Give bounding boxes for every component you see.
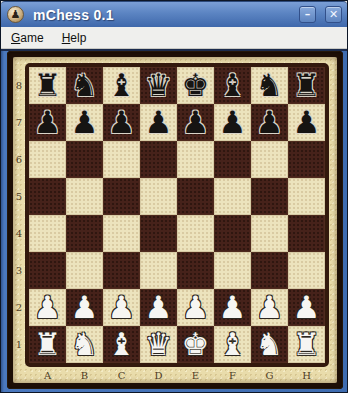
square-a2[interactable]: ♟ [29, 289, 66, 326]
square-c1[interactable]: ♝ [103, 326, 140, 363]
square-a7[interactable]: ♟ [29, 104, 66, 141]
square-c8[interactable]: ♝ [103, 67, 140, 104]
square-d5[interactable] [140, 178, 177, 215]
square-d7[interactable]: ♟ [140, 104, 177, 141]
square-a4[interactable] [29, 215, 66, 252]
square-b4[interactable] [66, 215, 103, 252]
piece-black-knight: ♞ [71, 67, 99, 104]
menu-game[interactable]: Game [11, 31, 44, 45]
square-h8[interactable]: ♜ [288, 67, 325, 104]
piece-black-rook: ♜ [34, 67, 62, 104]
file-label-g: G [251, 367, 288, 383]
square-b2[interactable]: ♟ [66, 289, 103, 326]
app-window: ♟ mChess 0.1 – ✕ Game Help 87654321 ♜♞♝♛… [0, 0, 348, 393]
square-e5[interactable] [177, 178, 214, 215]
piece-black-king: ♚ [182, 67, 210, 104]
piece-black-bishop: ♝ [108, 67, 136, 104]
piece-white-pawn: ♟ [293, 289, 321, 326]
file-label-f: F [214, 367, 251, 383]
square-h3[interactable] [288, 252, 325, 289]
piece-black-pawn: ♟ [71, 104, 99, 141]
piece-black-pawn: ♟ [108, 104, 136, 141]
piece-white-knight: ♞ [256, 326, 284, 363]
piece-white-pawn: ♟ [256, 289, 284, 326]
rank-label-1: 1 [13, 326, 25, 363]
square-e3[interactable] [177, 252, 214, 289]
square-f8[interactable]: ♝ [214, 67, 251, 104]
app-pawn-icon: ♟ [7, 6, 24, 23]
file-label-c: C [103, 367, 140, 383]
rank-label-3: 3 [13, 252, 25, 289]
square-f1[interactable]: ♝ [214, 326, 251, 363]
square-h2[interactable]: ♟ [288, 289, 325, 326]
piece-black-bishop: ♝ [219, 67, 247, 104]
square-d2[interactable]: ♟ [140, 289, 177, 326]
piece-white-pawn: ♟ [71, 289, 99, 326]
file-label-d: D [140, 367, 177, 383]
square-c2[interactable]: ♟ [103, 289, 140, 326]
piece-white-bishop: ♝ [108, 326, 136, 363]
piece-white-pawn: ♟ [34, 289, 62, 326]
square-c3[interactable] [103, 252, 140, 289]
window-controls: – ✕ [299, 6, 342, 23]
square-b5[interactable] [66, 178, 103, 215]
titlebar[interactable]: ♟ mChess 0.1 – ✕ [1, 1, 347, 27]
square-b7[interactable]: ♟ [66, 104, 103, 141]
piece-white-pawn: ♟ [219, 289, 247, 326]
square-g5[interactable] [251, 178, 288, 215]
board-area: 87654321 ♜♞♝♛♚♝♞♜♟♟♟♟♟♟♟♟♟♟♟♟♟♟♟♟♜♞♝♛♚♝♞… [1, 49, 347, 393]
board-grid: ♜♞♝♛♚♝♞♜♟♟♟♟♟♟♟♟♟♟♟♟♟♟♟♟♜♞♝♛♚♝♞♜ [29, 67, 325, 363]
rank-label-4: 4 [13, 215, 25, 252]
piece-black-knight: ♞ [256, 67, 284, 104]
square-e1[interactable]: ♚ [177, 326, 214, 363]
file-label-e: E [177, 367, 214, 383]
square-g6[interactable] [251, 141, 288, 178]
square-d4[interactable] [140, 215, 177, 252]
minimize-button[interactable]: – [299, 6, 316, 23]
square-g1[interactable]: ♞ [251, 326, 288, 363]
piece-white-pawn: ♟ [108, 289, 136, 326]
square-a8[interactable]: ♜ [29, 67, 66, 104]
piece-white-knight: ♞ [71, 326, 99, 363]
file-labels: ABCDEFGH [29, 367, 325, 383]
square-f5[interactable] [214, 178, 251, 215]
rank-label-6: 6 [13, 141, 25, 178]
rank-label-8: 8 [13, 67, 25, 104]
square-e8[interactable]: ♚ [177, 67, 214, 104]
piece-black-pawn: ♟ [219, 104, 247, 141]
square-h1[interactable]: ♜ [288, 326, 325, 363]
square-a1[interactable]: ♜ [29, 326, 66, 363]
square-d1[interactable]: ♛ [140, 326, 177, 363]
rank-label-7: 7 [13, 104, 25, 141]
piece-white-queen: ♛ [145, 326, 173, 363]
square-g4[interactable] [251, 215, 288, 252]
square-g2[interactable]: ♟ [251, 289, 288, 326]
square-a3[interactable] [29, 252, 66, 289]
square-f3[interactable] [214, 252, 251, 289]
board-burnt-edge: 87654321 ♜♞♝♛♚♝♞♜♟♟♟♟♟♟♟♟♟♟♟♟♟♟♟♟♜♞♝♛♚♝♞… [7, 51, 343, 389]
square-c7[interactable]: ♟ [103, 104, 140, 141]
close-button[interactable]: ✕ [325, 6, 342, 23]
rank-label-2: 2 [13, 289, 25, 326]
square-e2[interactable]: ♟ [177, 289, 214, 326]
square-b1[interactable]: ♞ [66, 326, 103, 363]
board-frame: ♜♞♝♛♚♝♞♜♟♟♟♟♟♟♟♟♟♟♟♟♟♟♟♟♜♞♝♛♚♝♞♜ [25, 63, 329, 367]
window-title: mChess 0.1 [33, 7, 114, 23]
piece-black-pawn: ♟ [293, 104, 321, 141]
piece-white-bishop: ♝ [219, 326, 247, 363]
square-g7[interactable]: ♟ [251, 104, 288, 141]
square-d8[interactable]: ♛ [140, 67, 177, 104]
square-f2[interactable]: ♟ [214, 289, 251, 326]
piece-white-rook: ♜ [293, 326, 321, 363]
piece-black-pawn: ♟ [182, 104, 210, 141]
square-c6[interactable] [103, 141, 140, 178]
square-c5[interactable] [103, 178, 140, 215]
piece-white-pawn: ♟ [182, 289, 210, 326]
piece-black-pawn: ♟ [34, 104, 62, 141]
menu-help[interactable]: Help [62, 31, 87, 45]
square-b3[interactable] [66, 252, 103, 289]
square-d3[interactable] [140, 252, 177, 289]
piece-white-rook: ♜ [34, 326, 62, 363]
square-d6[interactable] [140, 141, 177, 178]
square-f6[interactable] [214, 141, 251, 178]
square-c4[interactable] [103, 215, 140, 252]
rank-label-5: 5 [13, 178, 25, 215]
square-e7[interactable]: ♟ [177, 104, 214, 141]
square-g3[interactable] [251, 252, 288, 289]
square-a6[interactable] [29, 141, 66, 178]
square-e4[interactable] [177, 215, 214, 252]
piece-black-rook: ♜ [293, 67, 321, 104]
menubar: Game Help [1, 27, 347, 49]
square-b8[interactable]: ♞ [66, 67, 103, 104]
piece-black-pawn: ♟ [256, 104, 284, 141]
square-h7[interactable]: ♟ [288, 104, 325, 141]
square-h5[interactable] [288, 178, 325, 215]
square-g8[interactable]: ♞ [251, 67, 288, 104]
square-f4[interactable] [214, 215, 251, 252]
piece-white-king: ♚ [182, 326, 210, 363]
file-label-a: A [29, 367, 66, 383]
piece-black-pawn: ♟ [145, 104, 173, 141]
file-label-h: H [288, 367, 325, 383]
square-a5[interactable] [29, 178, 66, 215]
piece-white-pawn: ♟ [145, 289, 173, 326]
piece-black-queen: ♛ [145, 67, 173, 104]
square-h6[interactable] [288, 141, 325, 178]
file-label-b: B [66, 367, 103, 383]
square-e6[interactable] [177, 141, 214, 178]
rank-labels: 87654321 [13, 67, 25, 363]
square-h4[interactable] [288, 215, 325, 252]
chessboard: 87654321 ♜♞♝♛♚♝♞♜♟♟♟♟♟♟♟♟♟♟♟♟♟♟♟♟♜♞♝♛♚♝♞… [13, 57, 337, 383]
square-b6[interactable] [66, 141, 103, 178]
square-f7[interactable]: ♟ [214, 104, 251, 141]
